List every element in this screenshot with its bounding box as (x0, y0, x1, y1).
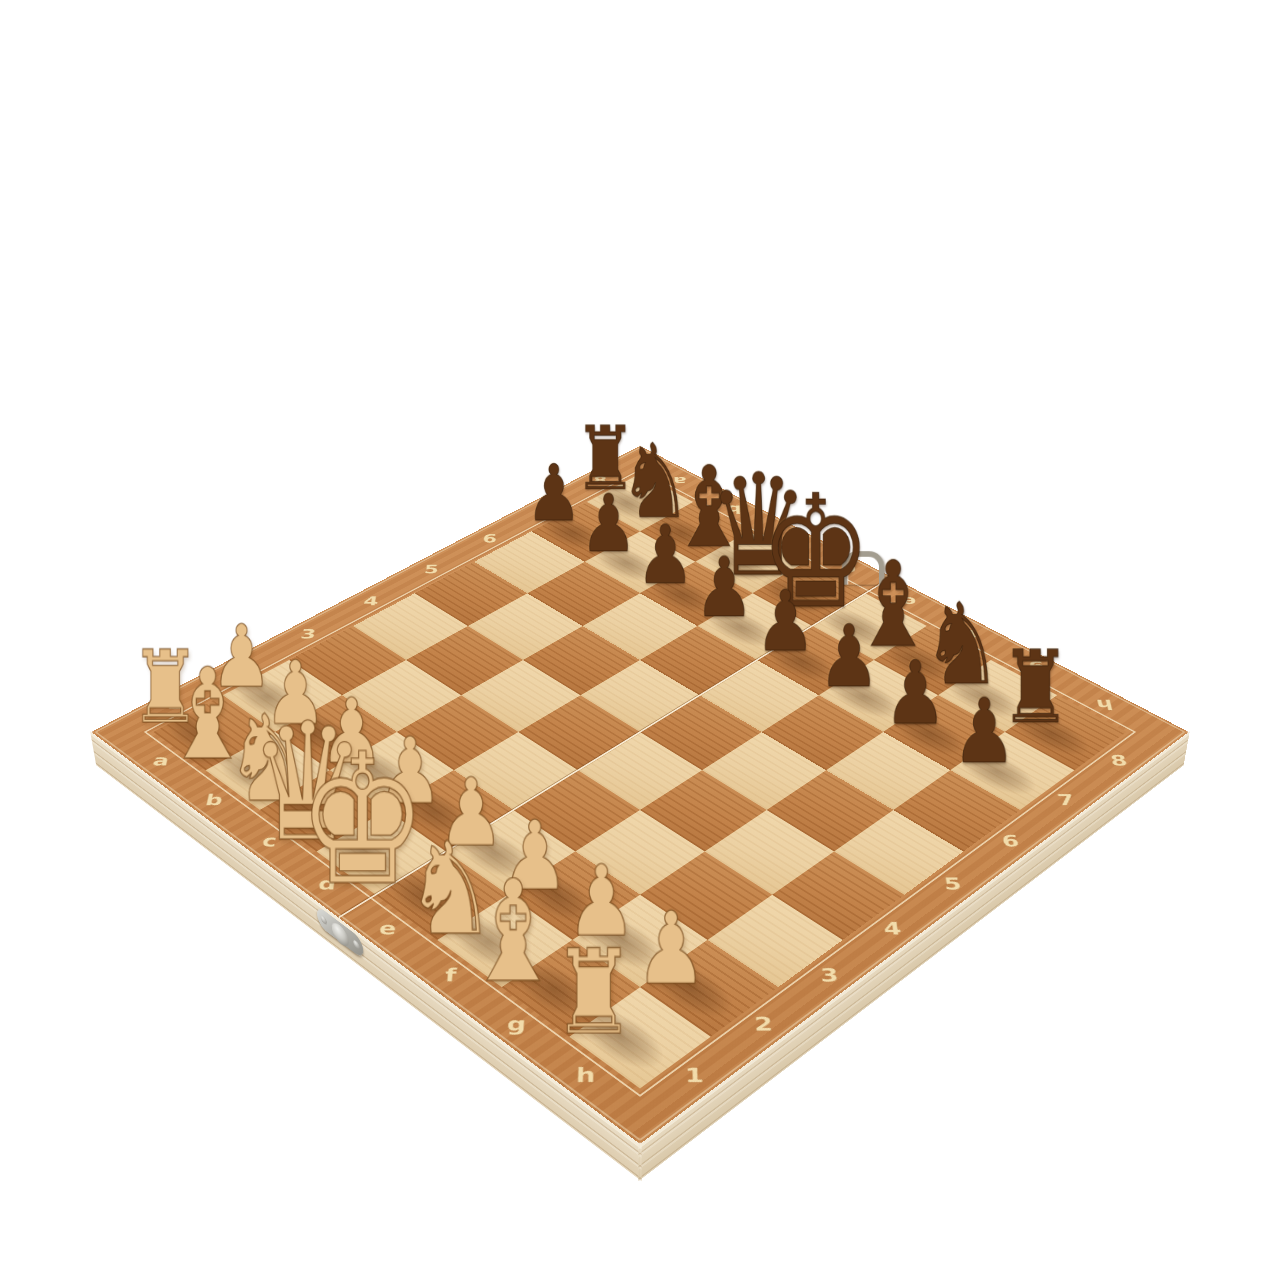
rank-label-right-8: 8 (1109, 753, 1129, 768)
rank-label-left-8: 8 (593, 475, 607, 486)
rank-label-right-6: 6 (1000, 833, 1020, 849)
rank-label-left-4: 4 (363, 595, 380, 607)
rank-label-left-7: 7 (539, 504, 554, 515)
rank-label-left-3: 3 (299, 628, 317, 641)
rank-label-right-7: 7 (1056, 793, 1076, 808)
photo-stage: ♜♞♝♛♚♝♞♜♟♟♟♟♟♟♟♟♟♟♟♟♟♟♟♟♜♝♞♛♚♞♝♜ aabbccd… (0, 0, 1280, 1280)
file-label-far-h: h (1095, 697, 1115, 711)
chess-board: ♜♞♝♛♚♝♞♜♟♟♟♟♟♟♟♟♟♟♟♟♟♟♟♟♜♝♞♛♚♞♝♜ aabbccd… (91, 446, 1188, 1144)
file-label-near-h: h (576, 1066, 596, 1086)
file-label-near-f: f (444, 966, 457, 984)
rank-label-right-2: 2 (754, 1015, 774, 1034)
file-label-near-b: b (204, 793, 224, 808)
file-label-far-d: d (840, 564, 856, 576)
file-label-far-b: b (727, 504, 742, 515)
file-label-far-e: e (901, 595, 917, 607)
file-label-far-a: a (673, 475, 687, 486)
rank-label-left-6: 6 (482, 533, 497, 544)
rank-label-right-4: 4 (882, 920, 902, 937)
rank-label-right-3: 3 (820, 966, 840, 984)
rank-label-right-5: 5 (943, 876, 963, 893)
latch-screw (353, 939, 360, 951)
file-label-far-c: c (784, 533, 797, 544)
rank-label-left-5: 5 (423, 564, 439, 576)
playing-area: ♜♞♝♛♚♝♞♜♟♟♟♟♟♟♟♟♟♟♟♟♟♟♟♟♜♝♞♛♚♞♝♜ (154, 474, 1127, 1089)
square-h5[interactable] (834, 810, 963, 895)
rank-label-right-1: 1 (685, 1066, 704, 1086)
file-label-near-g: g (506, 1015, 526, 1034)
